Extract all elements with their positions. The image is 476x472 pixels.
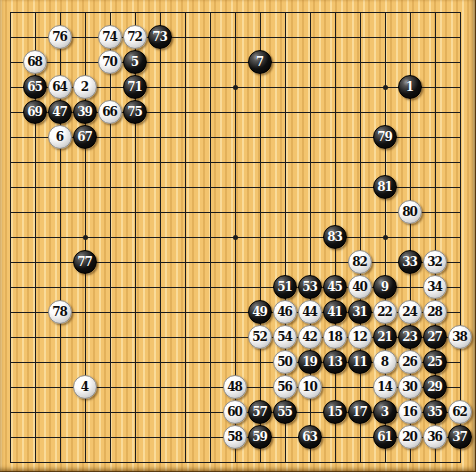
intersection-pq[interactable]: 3	[373, 400, 398, 425]
intersection-cr[interactable]	[48, 425, 73, 450]
intersection-gc[interactable]	[148, 50, 173, 75]
intersection-ds[interactable]	[73, 450, 98, 472]
intersection-rc[interactable]	[423, 50, 448, 75]
intersection-oa[interactable]	[348, 0, 373, 25]
intersection-gr[interactable]	[148, 425, 173, 450]
intersection-mn[interactable]: 42	[298, 325, 323, 350]
intersection-qi[interactable]: 80	[398, 200, 423, 225]
intersection-il[interactable]	[198, 275, 223, 300]
intersection-bm[interactable]	[23, 300, 48, 325]
intersection-sf[interactable]	[448, 125, 473, 150]
intersection-fr[interactable]	[123, 425, 148, 450]
intersection-io[interactable]	[198, 350, 223, 375]
intersection-iq[interactable]	[198, 400, 223, 425]
intersection-nr[interactable]	[323, 425, 348, 450]
intersection-js[interactable]	[223, 450, 248, 472]
intersection-bf[interactable]	[23, 125, 48, 150]
intersection-mc[interactable]	[298, 50, 323, 75]
intersection-of[interactable]	[348, 125, 373, 150]
intersection-ir[interactable]	[198, 425, 223, 450]
intersection-ml[interactable]: 53	[298, 275, 323, 300]
intersection-kn[interactable]: 52	[248, 325, 273, 350]
intersection-sd[interactable]	[448, 75, 473, 100]
intersection-da[interactable]	[73, 0, 98, 25]
intersection-lr[interactable]	[273, 425, 298, 450]
intersection-pp[interactable]: 14	[373, 375, 398, 400]
intersection-in[interactable]	[198, 325, 223, 350]
intersection-sg[interactable]	[448, 150, 473, 175]
intersection-je[interactable]	[223, 100, 248, 125]
intersection-mg[interactable]	[298, 150, 323, 175]
intersection-rr[interactable]: 36	[423, 425, 448, 450]
intersection-mo[interactable]: 19	[298, 350, 323, 375]
intersection-fe[interactable]: 75	[123, 100, 148, 125]
intersection-sl[interactable]	[448, 275, 473, 300]
intersection-lh[interactable]	[273, 175, 298, 200]
intersection-hh[interactable]	[173, 175, 198, 200]
intersection-qm[interactable]: 24	[398, 300, 423, 325]
intersection-on[interactable]: 12	[348, 325, 373, 350]
intersection-qq[interactable]: 16	[398, 400, 423, 425]
intersection-rb[interactable]	[423, 25, 448, 50]
intersection-jd[interactable]	[223, 75, 248, 100]
intersection-qg[interactable]	[398, 150, 423, 175]
intersection-el[interactable]	[98, 275, 123, 300]
intersection-se[interactable]	[448, 100, 473, 125]
intersection-ig[interactable]	[198, 150, 223, 175]
intersection-ih[interactable]	[198, 175, 223, 200]
intersection-sr[interactable]: 37	[448, 425, 473, 450]
intersection-bb[interactable]	[23, 25, 48, 50]
intersection-gj[interactable]	[148, 225, 173, 250]
intersection-og[interactable]	[348, 150, 373, 175]
intersection-eg[interactable]	[98, 150, 123, 175]
intersection-lc[interactable]	[273, 50, 298, 75]
intersection-kd[interactable]	[248, 75, 273, 100]
intersection-li[interactable]	[273, 200, 298, 225]
intersection-ej[interactable]	[98, 225, 123, 250]
intersection-rf[interactable]	[423, 125, 448, 150]
intersection-ak[interactable]	[0, 250, 23, 275]
intersection-ec[interactable]: 70	[98, 50, 123, 75]
intersection-fq[interactable]	[123, 400, 148, 425]
intersection-qb[interactable]	[398, 25, 423, 50]
intersection-re[interactable]	[423, 100, 448, 125]
intersection-gb[interactable]: 73	[148, 25, 173, 50]
intersection-ik[interactable]	[198, 250, 223, 275]
intersection-mb[interactable]	[298, 25, 323, 50]
intersection-ip[interactable]	[198, 375, 223, 400]
intersection-kj[interactable]	[248, 225, 273, 250]
intersection-en[interactable]	[98, 325, 123, 350]
intersection-ac[interactable]	[0, 50, 23, 75]
intersection-as[interactable]	[0, 450, 23, 472]
intersection-ca[interactable]	[48, 0, 73, 25]
intersection-ao[interactable]	[0, 350, 23, 375]
intersection-af[interactable]	[0, 125, 23, 150]
intersection-lk[interactable]	[273, 250, 298, 275]
intersection-ln[interactable]: 54	[273, 325, 298, 350]
intersection-ij[interactable]	[198, 225, 223, 250]
intersection-is[interactable]	[198, 450, 223, 472]
intersection-pc[interactable]	[373, 50, 398, 75]
intersection-nb[interactable]	[323, 25, 348, 50]
intersection-fp[interactable]	[123, 375, 148, 400]
intersection-lp[interactable]: 56	[273, 375, 298, 400]
intersection-po[interactable]: 8	[373, 350, 398, 375]
intersection-am[interactable]	[0, 300, 23, 325]
intersection-pi[interactable]	[373, 200, 398, 225]
intersection-ra[interactable]	[423, 0, 448, 25]
intersection-be[interactable]: 69	[23, 100, 48, 125]
intersection-ks[interactable]	[248, 450, 273, 472]
intersection-an[interactable]	[0, 325, 23, 350]
intersection-dn[interactable]	[73, 325, 98, 350]
intersection-ro[interactable]: 25	[423, 350, 448, 375]
intersection-fk[interactable]	[123, 250, 148, 275]
intersection-pn[interactable]: 21	[373, 325, 398, 350]
intersection-gi[interactable]	[148, 200, 173, 225]
intersection-rj[interactable]	[423, 225, 448, 250]
intersection-ns[interactable]	[323, 450, 348, 472]
intersection-db[interactable]	[73, 25, 98, 50]
intersection-fb[interactable]: 72	[123, 25, 148, 50]
intersection-hl[interactable]	[173, 275, 198, 300]
intersection-aa[interactable]	[0, 0, 23, 25]
intersection-hb[interactable]	[173, 25, 198, 50]
intersection-aj[interactable]	[0, 225, 23, 250]
intersection-ia[interactable]	[198, 0, 223, 25]
intersection-lg[interactable]	[273, 150, 298, 175]
intersection-oe[interactable]	[348, 100, 373, 125]
intersection-ls[interactable]	[273, 450, 298, 472]
intersection-dh[interactable]	[73, 175, 98, 200]
intersection-gq[interactable]	[148, 400, 173, 425]
intersection-kl[interactable]	[248, 275, 273, 300]
intersection-bl[interactable]	[23, 275, 48, 300]
intersection-kp[interactable]	[248, 375, 273, 400]
intersection-jg[interactable]	[223, 150, 248, 175]
intersection-hm[interactable]	[173, 300, 198, 325]
intersection-pm[interactable]: 22	[373, 300, 398, 325]
intersection-dg[interactable]	[73, 150, 98, 175]
intersection-gg[interactable]	[148, 150, 173, 175]
intersection-bc[interactable]: 68	[23, 50, 48, 75]
intersection-ee[interactable]: 66	[98, 100, 123, 125]
intersection-jj[interactable]	[223, 225, 248, 250]
intersection-rq[interactable]: 35	[423, 400, 448, 425]
intersection-jo[interactable]	[223, 350, 248, 375]
intersection-kb[interactable]	[248, 25, 273, 50]
intersection-nk[interactable]	[323, 250, 348, 275]
intersection-ah[interactable]	[0, 175, 23, 200]
intersection-kf[interactable]	[248, 125, 273, 150]
intersection-gn[interactable]	[148, 325, 173, 350]
intersection-ol[interactable]: 40	[348, 275, 373, 300]
intersection-la[interactable]	[273, 0, 298, 25]
intersection-go[interactable]	[148, 350, 173, 375]
intersection-gh[interactable]	[148, 175, 173, 200]
intersection-oj[interactable]	[348, 225, 373, 250]
intersection-ji[interactable]	[223, 200, 248, 225]
intersection-oh[interactable]	[348, 175, 373, 200]
intersection-ho[interactable]	[173, 350, 198, 375]
intersection-rh[interactable]	[423, 175, 448, 200]
intersection-ad[interactable]	[0, 75, 23, 100]
intersection-ge[interactable]	[148, 100, 173, 125]
intersection-ps[interactable]	[373, 450, 398, 472]
intersection-jh[interactable]	[223, 175, 248, 200]
intersection-ae[interactable]	[0, 100, 23, 125]
intersection-dk[interactable]: 77	[73, 250, 98, 275]
intersection-le[interactable]	[273, 100, 298, 125]
intersection-df[interactable]: 67	[73, 125, 98, 150]
intersection-gk[interactable]	[148, 250, 173, 275]
intersection-pa[interactable]	[373, 0, 398, 25]
intersection-fc[interactable]: 5	[123, 50, 148, 75]
intersection-md[interactable]	[298, 75, 323, 100]
intersection-ni[interactable]	[323, 200, 348, 225]
intersection-si[interactable]	[448, 200, 473, 225]
intersection-dj[interactable]	[73, 225, 98, 250]
intersection-dc[interactable]	[73, 50, 98, 75]
intersection-ib[interactable]	[198, 25, 223, 50]
intersection-qa[interactable]	[398, 0, 423, 25]
intersection-lj[interactable]	[273, 225, 298, 250]
intersection-ea[interactable]	[98, 0, 123, 25]
intersection-om[interactable]: 31	[348, 300, 373, 325]
intersection-cn[interactable]	[48, 325, 73, 350]
intersection-mr[interactable]: 63	[298, 425, 323, 450]
intersection-ko[interactable]	[248, 350, 273, 375]
intersection-ce[interactable]: 47	[48, 100, 73, 125]
intersection-fs[interactable]	[123, 450, 148, 472]
intersection-oq[interactable]: 17	[348, 400, 373, 425]
intersection-sq[interactable]: 62	[448, 400, 473, 425]
intersection-eh[interactable]	[98, 175, 123, 200]
intersection-he[interactable]	[173, 100, 198, 125]
intersection-do[interactable]	[73, 350, 98, 375]
intersection-pg[interactable]	[373, 150, 398, 175]
intersection-hi[interactable]	[173, 200, 198, 225]
intersection-ba[interactable]	[23, 0, 48, 25]
intersection-gl[interactable]	[148, 275, 173, 300]
intersection-ph[interactable]: 81	[373, 175, 398, 200]
intersection-rg[interactable]	[423, 150, 448, 175]
intersection-ob[interactable]	[348, 25, 373, 50]
intersection-lm[interactable]: 46	[273, 300, 298, 325]
intersection-bj[interactable]	[23, 225, 48, 250]
intersection-nl[interactable]: 45	[323, 275, 348, 300]
intersection-ke[interactable]	[248, 100, 273, 125]
intersection-lo[interactable]: 50	[273, 350, 298, 375]
intersection-pb[interactable]	[373, 25, 398, 50]
intersection-hf[interactable]	[173, 125, 198, 150]
intersection-di[interactable]	[73, 200, 98, 225]
intersection-ff[interactable]	[123, 125, 148, 150]
intersection-sa[interactable]	[448, 0, 473, 25]
intersection-qk[interactable]: 33	[398, 250, 423, 275]
intersection-eo[interactable]	[98, 350, 123, 375]
intersection-jr[interactable]: 58	[223, 425, 248, 450]
intersection-sn[interactable]: 38	[448, 325, 473, 350]
intersection-kq[interactable]: 57	[248, 400, 273, 425]
intersection-ef[interactable]	[98, 125, 123, 150]
intersection-pj[interactable]	[373, 225, 398, 250]
intersection-qc[interactable]	[398, 50, 423, 75]
intersection-rd[interactable]	[423, 75, 448, 100]
intersection-hn[interactable]	[173, 325, 198, 350]
intersection-qn[interactable]: 23	[398, 325, 423, 350]
intersection-cq[interactable]	[48, 400, 73, 425]
intersection-cm[interactable]: 78	[48, 300, 73, 325]
intersection-sk[interactable]	[448, 250, 473, 275]
intersection-sj[interactable]	[448, 225, 473, 250]
intersection-bd[interactable]: 65	[23, 75, 48, 100]
intersection-qr[interactable]: 20	[398, 425, 423, 450]
intersection-co[interactable]	[48, 350, 73, 375]
intersection-hr[interactable]	[173, 425, 198, 450]
intersection-ar[interactable]	[0, 425, 23, 450]
intersection-ie[interactable]	[198, 100, 223, 125]
intersection-mp[interactable]: 10	[298, 375, 323, 400]
intersection-es[interactable]	[98, 450, 123, 472]
intersection-hq[interactable]	[173, 400, 198, 425]
intersection-ei[interactable]	[98, 200, 123, 225]
intersection-pd[interactable]	[373, 75, 398, 100]
intersection-qh[interactable]	[398, 175, 423, 200]
intersection-ok[interactable]: 82	[348, 250, 373, 275]
intersection-em[interactable]	[98, 300, 123, 325]
intersection-mj[interactable]	[298, 225, 323, 250]
intersection-ek[interactable]	[98, 250, 123, 275]
intersection-ep[interactable]	[98, 375, 123, 400]
intersection-ch[interactable]	[48, 175, 73, 200]
intersection-fm[interactable]	[123, 300, 148, 325]
intersection-jq[interactable]: 60	[223, 400, 248, 425]
intersection-so[interactable]	[448, 350, 473, 375]
intersection-pe[interactable]	[373, 100, 398, 125]
intersection-qo[interactable]: 26	[398, 350, 423, 375]
intersection-bk[interactable]	[23, 250, 48, 275]
intersection-kk[interactable]	[248, 250, 273, 275]
intersection-rs[interactable]	[423, 450, 448, 472]
intersection-fh[interactable]	[123, 175, 148, 200]
intersection-ki[interactable]	[248, 200, 273, 225]
intersection-ga[interactable]	[148, 0, 173, 25]
intersection-kg[interactable]	[248, 150, 273, 175]
intersection-kr[interactable]: 59	[248, 425, 273, 450]
intersection-ld[interactable]	[273, 75, 298, 100]
intersection-hj[interactable]	[173, 225, 198, 250]
intersection-ri[interactable]	[423, 200, 448, 225]
intersection-hc[interactable]	[173, 50, 198, 75]
intersection-eq[interactable]	[98, 400, 123, 425]
intersection-gf[interactable]	[148, 125, 173, 150]
intersection-nh[interactable]	[323, 175, 348, 200]
intersection-dp[interactable]: 4	[73, 375, 98, 400]
intersection-fd[interactable]: 71	[123, 75, 148, 100]
intersection-ci[interactable]	[48, 200, 73, 225]
intersection-cs[interactable]	[48, 450, 73, 472]
intersection-jf[interactable]	[223, 125, 248, 150]
intersection-ab[interactable]	[0, 25, 23, 50]
intersection-cl[interactable]	[48, 275, 73, 300]
intersection-gm[interactable]	[148, 300, 173, 325]
intersection-fo[interactable]	[123, 350, 148, 375]
intersection-od[interactable]	[348, 75, 373, 100]
intersection-no[interactable]: 13	[323, 350, 348, 375]
intersection-gs[interactable]	[148, 450, 173, 472]
intersection-hk[interactable]	[173, 250, 198, 275]
intersection-lq[interactable]: 55	[273, 400, 298, 425]
intersection-ck[interactable]	[48, 250, 73, 275]
intersection-pl[interactable]: 9	[373, 275, 398, 300]
intersection-nc[interactable]	[323, 50, 348, 75]
intersection-gp[interactable]	[148, 375, 173, 400]
intersection-ss[interactable]	[448, 450, 473, 472]
intersection-gd[interactable]	[148, 75, 173, 100]
intersection-oc[interactable]	[348, 50, 373, 75]
intersection-cb[interactable]: 76	[48, 25, 73, 50]
intersection-qd[interactable]: 1	[398, 75, 423, 100]
intersection-dd[interactable]: 2	[73, 75, 98, 100]
intersection-mq[interactable]	[298, 400, 323, 425]
intersection-eb[interactable]: 74	[98, 25, 123, 50]
intersection-fl[interactable]	[123, 275, 148, 300]
intersection-kh[interactable]	[248, 175, 273, 200]
intersection-qe[interactable]	[398, 100, 423, 125]
intersection-ic[interactable]	[198, 50, 223, 75]
intersection-mk[interactable]	[298, 250, 323, 275]
intersection-lb[interactable]	[273, 25, 298, 50]
intersection-rm[interactable]: 28	[423, 300, 448, 325]
intersection-jk[interactable]	[223, 250, 248, 275]
intersection-if[interactable]	[198, 125, 223, 150]
intersection-sm[interactable]	[448, 300, 473, 325]
intersection-jl[interactable]	[223, 275, 248, 300]
intersection-pk[interactable]	[373, 250, 398, 275]
intersection-cp[interactable]	[48, 375, 73, 400]
intersection-qp[interactable]: 30	[398, 375, 423, 400]
intersection-dr[interactable]	[73, 425, 98, 450]
intersection-nn[interactable]: 18	[323, 325, 348, 350]
intersection-dq[interactable]	[73, 400, 98, 425]
intersection-sp[interactable]	[448, 375, 473, 400]
intersection-rp[interactable]: 29	[423, 375, 448, 400]
intersection-qs[interactable]	[398, 450, 423, 472]
intersection-nd[interactable]	[323, 75, 348, 100]
intersection-ai[interactable]	[0, 200, 23, 225]
intersection-dm[interactable]	[73, 300, 98, 325]
intersection-jc[interactable]	[223, 50, 248, 75]
intersection-id[interactable]	[198, 75, 223, 100]
intersection-fn[interactable]	[123, 325, 148, 350]
intersection-ka[interactable]	[248, 0, 273, 25]
intersection-ll[interactable]: 51	[273, 275, 298, 300]
intersection-ql[interactable]	[398, 275, 423, 300]
intersection-im[interactable]	[198, 300, 223, 325]
intersection-lf[interactable]	[273, 125, 298, 150]
intersection-jn[interactable]	[223, 325, 248, 350]
intersection-hs[interactable]	[173, 450, 198, 472]
intersection-pr[interactable]: 61	[373, 425, 398, 450]
intersection-bo[interactable]	[23, 350, 48, 375]
intersection-bq[interactable]	[23, 400, 48, 425]
intersection-al[interactable]	[0, 275, 23, 300]
intersection-sb[interactable]	[448, 25, 473, 50]
intersection-mf[interactable]	[298, 125, 323, 150]
